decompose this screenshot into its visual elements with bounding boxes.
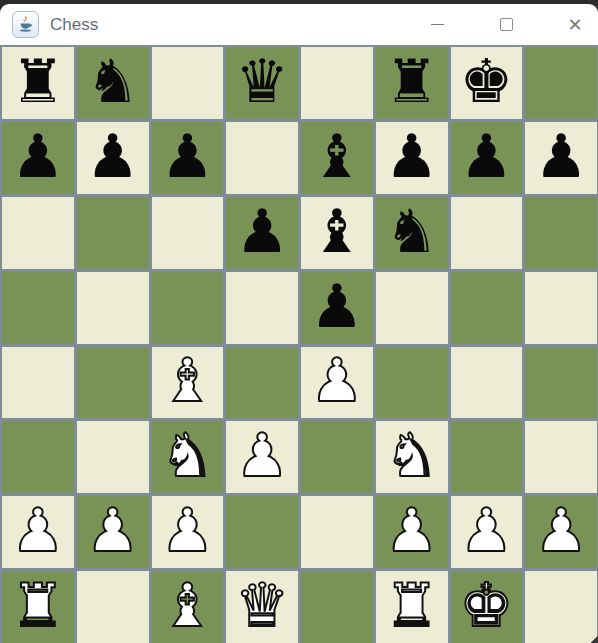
- black-pawn[interactable]: ♟: [459, 126, 513, 186]
- square-g5[interactable]: [451, 272, 523, 344]
- square-a8[interactable]: ♜: [2, 47, 74, 119]
- square-h6[interactable]: [525, 197, 597, 269]
- black-pawn[interactable]: ♟: [235, 201, 289, 261]
- square-d6[interactable]: ♟: [226, 197, 298, 269]
- white-knight[interactable]: ♞: [385, 425, 439, 485]
- square-c8[interactable]: [152, 47, 224, 119]
- square-e4[interactable]: ♟: [301, 347, 373, 419]
- square-e2[interactable]: [301, 496, 373, 568]
- black-rook[interactable]: ♜: [11, 51, 65, 111]
- square-b2[interactable]: ♟: [77, 496, 149, 568]
- close-button[interactable]: ✕: [552, 4, 598, 45]
- square-d8[interactable]: ♛: [226, 47, 298, 119]
- square-h7[interactable]: ♟: [525, 122, 597, 194]
- square-e8[interactable]: [301, 47, 373, 119]
- square-h2[interactable]: ♟: [525, 496, 597, 568]
- square-b7[interactable]: ♟: [77, 122, 149, 194]
- white-pawn[interactable]: ♟: [11, 500, 65, 560]
- square-e7[interactable]: ♝: [301, 122, 373, 194]
- white-king[interactable]: ♚: [459, 575, 513, 635]
- window-controls: ✕: [414, 4, 598, 45]
- square-g2[interactable]: ♟: [451, 496, 523, 568]
- square-b1[interactable]: [77, 571, 149, 643]
- white-pawn[interactable]: ♟: [235, 425, 289, 485]
- square-a5[interactable]: [2, 272, 74, 344]
- square-d2[interactable]: [226, 496, 298, 568]
- square-d5[interactable]: [226, 272, 298, 344]
- black-knight[interactable]: ♞: [86, 51, 140, 111]
- java-coffee-cup-icon: [16, 15, 35, 34]
- square-f4[interactable]: [376, 347, 448, 419]
- chess-app-window: Chess ✕ ♜♞♛♜♚♟♟♟♝♟♟♟♟♝♞♟♝♟♞♟♞♟♟♟♟♟♟♜♝♛♜♚: [0, 0, 598, 643]
- white-pawn[interactable]: ♟: [459, 500, 513, 560]
- black-queen[interactable]: ♛: [235, 51, 289, 111]
- square-f5[interactable]: [376, 272, 448, 344]
- square-e6[interactable]: ♝: [301, 197, 373, 269]
- java-app-icon[interactable]: [12, 11, 39, 38]
- square-c3[interactable]: ♞: [152, 421, 224, 493]
- black-pawn[interactable]: ♟: [534, 126, 588, 186]
- white-rook[interactable]: ♜: [385, 575, 439, 635]
- square-c7[interactable]: ♟: [152, 122, 224, 194]
- square-c5[interactable]: [152, 272, 224, 344]
- square-f8[interactable]: ♜: [376, 47, 448, 119]
- square-b3[interactable]: [77, 421, 149, 493]
- square-d4[interactable]: [226, 347, 298, 419]
- minimize-icon: [431, 24, 444, 25]
- square-g6[interactable]: [451, 197, 523, 269]
- square-f3[interactable]: ♞: [376, 421, 448, 493]
- square-h8[interactable]: [525, 47, 597, 119]
- square-b8[interactable]: ♞: [77, 47, 149, 119]
- square-g4[interactable]: [451, 347, 523, 419]
- square-c6[interactable]: [152, 197, 224, 269]
- square-g8[interactable]: ♚: [451, 47, 523, 119]
- square-f7[interactable]: ♟: [376, 122, 448, 194]
- white-knight[interactable]: ♞: [160, 425, 214, 485]
- black-pawn[interactable]: ♟: [310, 276, 364, 336]
- square-e5[interactable]: ♟: [301, 272, 373, 344]
- square-g1[interactable]: ♚: [451, 571, 523, 643]
- square-g3[interactable]: [451, 421, 523, 493]
- square-f2[interactable]: ♟: [376, 496, 448, 568]
- square-b6[interactable]: [77, 197, 149, 269]
- square-e3[interactable]: [301, 421, 373, 493]
- window-title: Chess: [50, 15, 98, 35]
- square-f1[interactable]: ♜: [376, 571, 448, 643]
- black-knight[interactable]: ♞: [385, 201, 439, 261]
- white-pawn[interactable]: ♟: [385, 500, 439, 560]
- square-h3[interactable]: [525, 421, 597, 493]
- black-bishop[interactable]: ♝: [310, 201, 364, 261]
- square-a4[interactable]: [2, 347, 74, 419]
- square-e1[interactable]: [301, 571, 373, 643]
- square-h4[interactable]: [525, 347, 597, 419]
- white-bishop[interactable]: ♝: [160, 350, 214, 410]
- square-c2[interactable]: ♟: [152, 496, 224, 568]
- white-pawn[interactable]: ♟: [160, 500, 214, 560]
- square-h5[interactable]: [525, 272, 597, 344]
- white-rook[interactable]: ♜: [11, 575, 65, 635]
- black-pawn[interactable]: ♟: [385, 126, 439, 186]
- square-a2[interactable]: ♟: [2, 496, 74, 568]
- square-d3[interactable]: ♟: [226, 421, 298, 493]
- square-a3[interactable]: [2, 421, 74, 493]
- square-c1[interactable]: ♝: [152, 571, 224, 643]
- square-c4[interactable]: ♝: [152, 347, 224, 419]
- maximize-button[interactable]: [483, 4, 529, 45]
- chess-board: ♜♞♛♜♚♟♟♟♝♟♟♟♟♝♞♟♝♟♞♟♞♟♟♟♟♟♟♜♝♛♜♚: [0, 45, 598, 643]
- titlebar[interactable]: Chess ✕: [0, 4, 598, 45]
- maximize-icon: [500, 18, 513, 31]
- white-queen[interactable]: ♛: [235, 575, 289, 635]
- square-d1[interactable]: ♛: [226, 571, 298, 643]
- black-king[interactable]: ♚: [459, 51, 513, 111]
- black-pawn[interactable]: ♟: [160, 126, 214, 186]
- minimize-button[interactable]: [414, 4, 460, 45]
- square-h1[interactable]: [525, 571, 597, 643]
- square-f6[interactable]: ♞: [376, 197, 448, 269]
- black-pawn[interactable]: ♟: [11, 126, 65, 186]
- square-b5[interactable]: [77, 272, 149, 344]
- square-d7[interactable]: [226, 122, 298, 194]
- close-icon: ✕: [567, 16, 582, 34]
- square-a1[interactable]: ♜: [2, 571, 74, 643]
- white-bishop[interactable]: ♝: [160, 575, 214, 635]
- white-pawn[interactable]: ♟: [310, 350, 364, 410]
- white-pawn[interactable]: ♟: [534, 500, 588, 560]
- black-rook[interactable]: ♜: [385, 51, 439, 111]
- square-a7[interactable]: ♟: [2, 122, 74, 194]
- square-a6[interactable]: [2, 197, 74, 269]
- white-pawn[interactable]: ♟: [86, 500, 140, 560]
- square-g7[interactable]: ♟: [451, 122, 523, 194]
- black-pawn[interactable]: ♟: [86, 126, 140, 186]
- resize-grip[interactable]: [590, 635, 598, 643]
- black-bishop[interactable]: ♝: [310, 126, 364, 186]
- square-b4[interactable]: [77, 347, 149, 419]
